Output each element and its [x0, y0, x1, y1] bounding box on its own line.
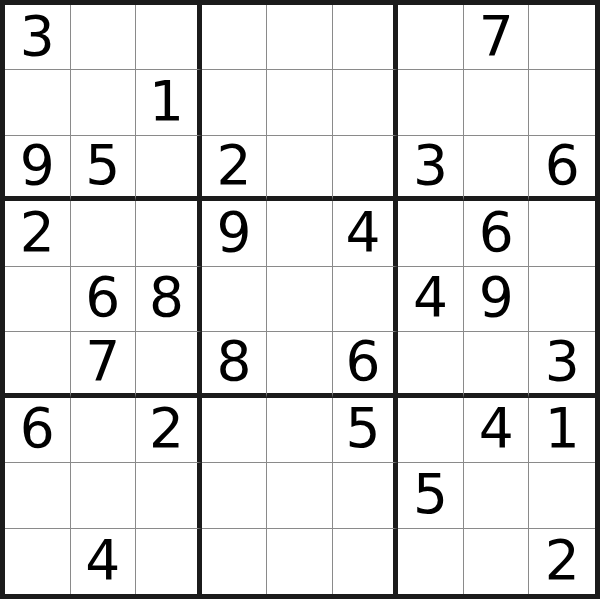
cell-r8c1[interactable] [5, 463, 71, 528]
cell-r8c5[interactable] [267, 463, 333, 528]
cell-r3c8[interactable] [464, 136, 530, 201]
cell-r4c1[interactable]: 2 [5, 201, 71, 266]
cell-r5c8[interactable]: 9 [464, 267, 530, 332]
cell-r8c2[interactable] [71, 463, 137, 528]
given-digit: 3 [20, 9, 55, 64]
cell-r2c6[interactable] [333, 70, 399, 135]
given-digit: 9 [479, 270, 514, 325]
cell-r7c5[interactable] [267, 398, 333, 463]
cell-r3c7[interactable]: 3 [398, 136, 464, 201]
cell-r9c1[interactable] [5, 529, 71, 594]
cell-r7c1[interactable]: 6 [5, 398, 71, 463]
cell-r1c7[interactable] [398, 5, 464, 70]
cell-r8c4[interactable] [202, 463, 268, 528]
cell-r3c5[interactable] [267, 136, 333, 201]
cell-r7c3[interactable]: 2 [136, 398, 202, 463]
cell-r6c7[interactable] [398, 332, 464, 397]
cell-r8c8[interactable] [464, 463, 530, 528]
cell-r2c1[interactable] [5, 70, 71, 135]
given-digit: 1 [149, 74, 184, 129]
given-digit: 6 [85, 270, 120, 325]
given-digit: 5 [85, 138, 120, 193]
given-digit: 8 [149, 270, 184, 325]
cell-r6c4[interactable]: 8 [202, 332, 268, 397]
cell-r3c2[interactable]: 5 [71, 136, 137, 201]
cell-r7c7[interactable] [398, 398, 464, 463]
cell-r2c8[interactable] [464, 70, 530, 135]
cell-r3c9[interactable]: 6 [529, 136, 595, 201]
cell-r1c9[interactable] [529, 5, 595, 70]
given-digit: 5 [413, 467, 448, 522]
cell-r7c6[interactable]: 5 [333, 398, 399, 463]
cell-r8c9[interactable] [529, 463, 595, 528]
given-digit: 2 [545, 533, 580, 588]
cell-r1c3[interactable] [136, 5, 202, 70]
cell-r8c3[interactable] [136, 463, 202, 528]
cell-r8c6[interactable] [333, 463, 399, 528]
cell-r9c5[interactable] [267, 529, 333, 594]
given-digit: 4 [85, 533, 120, 588]
cell-r7c8[interactable]: 4 [464, 398, 530, 463]
cell-r5c3[interactable]: 8 [136, 267, 202, 332]
cell-r6c1[interactable] [5, 332, 71, 397]
cell-r7c2[interactable] [71, 398, 137, 463]
given-digit: 6 [479, 205, 514, 260]
cell-r2c2[interactable] [71, 70, 137, 135]
cell-r9c8[interactable] [464, 529, 530, 594]
given-digit: 4 [479, 401, 514, 456]
cell-r4c5[interactable] [267, 201, 333, 266]
cell-r9c4[interactable] [202, 529, 268, 594]
cell-r4c4[interactable]: 9 [202, 201, 268, 266]
cell-r1c1[interactable]: 3 [5, 5, 71, 70]
cell-r5c7[interactable]: 4 [398, 267, 464, 332]
cell-r2c4[interactable] [202, 70, 268, 135]
cell-r1c8[interactable]: 7 [464, 5, 530, 70]
cell-r9c9[interactable]: 2 [529, 529, 595, 594]
cell-r5c2[interactable]: 6 [71, 267, 137, 332]
cell-r2c3[interactable]: 1 [136, 70, 202, 135]
cell-r5c1[interactable] [5, 267, 71, 332]
given-digit: 9 [20, 138, 55, 193]
cell-r6c9[interactable]: 3 [529, 332, 595, 397]
cell-r6c3[interactable] [136, 332, 202, 397]
cell-r1c6[interactable] [333, 5, 399, 70]
given-digit: 1 [545, 401, 580, 456]
given-digit: 6 [346, 334, 381, 389]
given-digit: 5 [346, 401, 381, 456]
given-digit: 4 [413, 270, 448, 325]
cell-r4c6[interactable]: 4 [333, 201, 399, 266]
cell-r4c2[interactable] [71, 201, 137, 266]
given-digit: 7 [85, 334, 120, 389]
cell-r7c9[interactable]: 1 [529, 398, 595, 463]
given-digit: 2 [216, 138, 251, 193]
cell-r6c5[interactable] [267, 332, 333, 397]
cell-r3c6[interactable] [333, 136, 399, 201]
cell-r1c4[interactable] [202, 5, 268, 70]
cell-r6c8[interactable] [464, 332, 530, 397]
given-digit: 2 [149, 401, 184, 456]
given-digit: 3 [413, 138, 448, 193]
sudoku-board: 3719523629466849786362541542 [0, 0, 600, 599]
cell-r9c2[interactable]: 4 [71, 529, 137, 594]
cell-r9c3[interactable] [136, 529, 202, 594]
cell-r7c4[interactable] [202, 398, 268, 463]
cell-r9c7[interactable] [398, 529, 464, 594]
given-digit: 6 [545, 138, 580, 193]
cell-r6c6[interactable]: 6 [333, 332, 399, 397]
cell-r5c9[interactable] [529, 267, 595, 332]
cell-r5c5[interactable] [267, 267, 333, 332]
given-digit: 3 [545, 334, 580, 389]
cell-r1c2[interactable] [71, 5, 137, 70]
given-digit: 4 [346, 205, 381, 260]
cell-r2c7[interactable] [398, 70, 464, 135]
given-digit: 8 [216, 334, 251, 389]
cell-r5c6[interactable] [333, 267, 399, 332]
given-digit: 7 [479, 9, 514, 64]
cell-r2c5[interactable] [267, 70, 333, 135]
cell-r3c4[interactable]: 2 [202, 136, 268, 201]
cell-r5c4[interactable] [202, 267, 268, 332]
cell-r1c5[interactable] [267, 5, 333, 70]
cell-r4c7[interactable] [398, 201, 464, 266]
given-digit: 9 [216, 205, 251, 260]
cell-r4c8[interactable]: 6 [464, 201, 530, 266]
cell-r6c2[interactable]: 7 [71, 332, 137, 397]
given-digit: 6 [20, 401, 55, 456]
cell-r3c1[interactable]: 9 [5, 136, 71, 201]
cell-r9c6[interactable] [333, 529, 399, 594]
cell-r3c3[interactable] [136, 136, 202, 201]
cell-r2c9[interactable] [529, 70, 595, 135]
cell-r4c9[interactable] [529, 201, 595, 266]
given-digit: 2 [20, 205, 55, 260]
cell-r8c7[interactable]: 5 [398, 463, 464, 528]
cell-r4c3[interactable] [136, 201, 202, 266]
